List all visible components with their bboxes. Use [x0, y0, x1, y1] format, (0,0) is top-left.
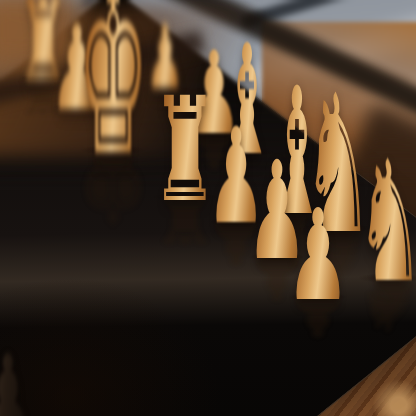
black-pawn-f1-glyph: ♟: [0, 339, 37, 416]
white-pawn-h6-glyph: ♟: [286, 192, 351, 318]
chess-photo-scene: ♜♜♟♚♚♟♟♟♜♜♝♝♝♟♟♞♞♟♟♞♞♟♟♟: [0, 0, 416, 416]
white-king-c6-glyph: ♚: [77, 0, 149, 189]
white-knight-h7-glyph: ♞: [356, 139, 416, 306]
